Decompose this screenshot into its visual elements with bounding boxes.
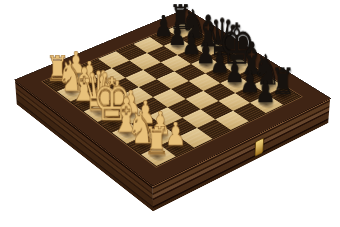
brass-latch — [255, 138, 264, 157]
piece-shadow — [240, 88, 261, 100]
board-frame: ♜♞♝♛♚♝♞♜♟♟♟♟♟♟♟♟♟♟♟♟♟♟♟♟♜♞♝♛♚♝♞♜ — [15, 9, 330, 186]
square-f8: ♝ — [237, 68, 269, 85]
piece-shadow — [131, 138, 153, 152]
piece-shadow — [75, 96, 96, 109]
piece-shadow — [257, 80, 278, 92]
piece-shadow — [62, 87, 83, 99]
piece-shadow — [67, 69, 87, 81]
piece-shadow — [146, 149, 168, 163]
piece-shadow — [80, 79, 101, 91]
chess-set-photo: ♜♞♝♛♚♝♞♜♟♟♟♟♟♟♟♟♟♟♟♟♟♟♟♟♜♞♝♛♚♝♞♜ — [0, 0, 340, 227]
scene: ♜♞♝♛♚♝♞♜♟♟♟♟♟♟♟♟♟♟♟♟♟♟♟♟♜♞♝♛♚♝♞♜ — [0, 0, 340, 227]
chess-case: ♜♞♝♛♚♝♞♜♟♟♟♟♟♟♟♟♟♟♟♟♟♟♟♟♜♞♝♛♚♝♞♜ — [15, 9, 330, 186]
piece-shadow — [121, 109, 142, 122]
piece-black-rook: ♜ — [257, 67, 307, 96]
piece-shadow — [272, 90, 294, 102]
piece-shadow — [49, 77, 69, 89]
piece-shadow — [242, 71, 263, 83]
